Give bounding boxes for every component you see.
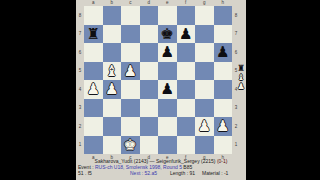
square-f3[interactable] xyxy=(177,99,196,118)
black-pawn: ♟ xyxy=(161,43,174,62)
square-c4[interactable] xyxy=(121,80,140,99)
next-move-link[interactable]: Next : 52.a5 xyxy=(130,170,157,176)
white-pawn: ♟ xyxy=(87,80,100,99)
white-pawn-icon: ♟ xyxy=(237,82,245,91)
square-c8[interactable] xyxy=(121,6,140,25)
file-label-e: e xyxy=(158,0,177,5)
square-f8[interactable] xyxy=(177,6,196,25)
square-b5[interactable]: ♝ xyxy=(103,62,122,81)
video-frame: abcdefgh abcdefgh 87654321 87654321 ♜♚♟♟… xyxy=(0,0,320,180)
square-e7[interactable]: ♚ xyxy=(158,25,177,44)
white-pawn: ♟ xyxy=(198,117,211,136)
square-d2[interactable] xyxy=(140,117,159,136)
square-d4[interactable] xyxy=(140,80,159,99)
square-c7[interactable] xyxy=(121,25,140,44)
square-f5[interactable] xyxy=(177,62,196,81)
square-b8[interactable] xyxy=(103,6,122,25)
square-f4[interactable] xyxy=(177,80,196,99)
square-b7[interactable] xyxy=(103,25,122,44)
rank-label-6: 6 xyxy=(77,43,83,62)
square-a1[interactable] xyxy=(84,136,103,155)
file-label-d: d xyxy=(140,0,159,5)
square-h3[interactable] xyxy=(214,99,233,118)
rank-label-5: 5 xyxy=(77,62,83,81)
square-e8[interactable] xyxy=(158,6,177,25)
square-b1[interactable] xyxy=(103,136,122,155)
square-d7[interactable] xyxy=(140,25,159,44)
black-rook: ♜ xyxy=(87,25,100,44)
file-label-g: g xyxy=(195,0,214,5)
right-letterbox-bar xyxy=(246,0,320,180)
square-f6[interactable] xyxy=(177,43,196,62)
black-pawn: ♟ xyxy=(161,80,174,99)
material-balance: Material : -1 xyxy=(202,170,228,176)
square-a4[interactable]: ♟ xyxy=(84,80,103,99)
square-b6[interactable] xyxy=(103,43,122,62)
white-pawn: ♟ xyxy=(124,62,137,81)
white-pawn: ♟ xyxy=(105,80,118,99)
square-h2[interactable]: ♟ xyxy=(214,117,233,136)
square-b4[interactable]: ♟ xyxy=(103,80,122,99)
game-info-bar: Sakharova_Yudit (2143) — Seigenfurik_Ser… xyxy=(76,157,246,180)
file-labels-top: abcdefgh xyxy=(84,0,232,5)
square-g4[interactable] xyxy=(195,80,214,99)
file-label-c: c xyxy=(121,0,140,5)
square-g2[interactable]: ♟ xyxy=(195,117,214,136)
square-g8[interactable] xyxy=(195,6,214,25)
square-d1[interactable] xyxy=(140,136,159,155)
square-a8[interactable] xyxy=(84,6,103,25)
square-a2[interactable] xyxy=(84,117,103,136)
square-g6[interactable] xyxy=(195,43,214,62)
square-g3[interactable] xyxy=(195,99,214,118)
square-c6[interactable] xyxy=(121,43,140,62)
square-d8[interactable] xyxy=(140,6,159,25)
left-letterbox-bar xyxy=(0,0,76,180)
square-g7[interactable] xyxy=(195,25,214,44)
square-f2[interactable] xyxy=(177,117,196,136)
square-e3[interactable] xyxy=(158,99,177,118)
file-label-a: a xyxy=(84,0,103,5)
square-h4[interactable] xyxy=(214,80,233,99)
square-a6[interactable] xyxy=(84,43,103,62)
square-h6[interactable]: ♟ xyxy=(214,43,233,62)
rank-label-7: 7 xyxy=(233,25,239,44)
square-c2[interactable] xyxy=(121,117,140,136)
rank-label-1: 1 xyxy=(77,136,83,155)
square-f1[interactable] xyxy=(177,136,196,155)
square-c3[interactable] xyxy=(121,99,140,118)
file-label-h: h xyxy=(214,0,233,5)
white-bishop: ♝ xyxy=(105,62,118,81)
square-g1[interactable] xyxy=(195,136,214,155)
white-king: ♚ xyxy=(124,136,137,155)
square-h8[interactable] xyxy=(214,6,233,25)
rank-label-8: 8 xyxy=(77,6,83,25)
square-h7[interactable] xyxy=(214,25,233,44)
square-e5[interactable] xyxy=(158,62,177,81)
black-pawn: ♟ xyxy=(179,25,192,44)
square-d6[interactable] xyxy=(140,43,159,62)
rank-label-3: 3 xyxy=(233,99,239,118)
chess-board[interactable]: ♜♚♟♟♟♝♟♟♟♟♟♟♚ xyxy=(84,6,232,154)
square-b3[interactable] xyxy=(103,99,122,118)
rank-label-3: 3 xyxy=(77,99,83,118)
white-pawn: ♟ xyxy=(216,117,229,136)
square-a5[interactable] xyxy=(84,62,103,81)
square-c1[interactable]: ♚ xyxy=(121,136,140,155)
square-a3[interactable] xyxy=(84,99,103,118)
square-c5[interactable]: ♟ xyxy=(121,62,140,81)
current-move: 51 . f5 xyxy=(78,170,92,176)
file-label-b: b xyxy=(103,0,122,5)
rank-label-1: 1 xyxy=(233,136,239,155)
file-label-f: f xyxy=(177,0,196,5)
square-b2[interactable] xyxy=(103,117,122,136)
square-a7[interactable]: ♜ xyxy=(84,25,103,44)
rank-label-7: 7 xyxy=(77,25,83,44)
square-d3[interactable] xyxy=(140,99,159,118)
square-g5[interactable] xyxy=(195,62,214,81)
rank-label-2: 2 xyxy=(233,117,239,136)
black-pawn: ♟ xyxy=(216,43,229,62)
square-e2[interactable] xyxy=(158,117,177,136)
square-h5[interactable] xyxy=(214,62,233,81)
square-e4[interactable]: ♟ xyxy=(158,80,177,99)
square-d5[interactable] xyxy=(140,62,159,81)
material-difference-tray: ♜♝♟ xyxy=(236,64,246,91)
rank-label-2: 2 xyxy=(77,117,83,136)
rank-labels-left: 87654321 xyxy=(77,6,83,154)
rank-label-4: 4 xyxy=(77,80,83,99)
rank-label-6: 6 xyxy=(233,43,239,62)
square-e6[interactable]: ♟ xyxy=(158,43,177,62)
square-e1[interactable] xyxy=(158,136,177,155)
black-king: ♚ xyxy=(161,25,174,44)
rank-label-8: 8 xyxy=(233,6,239,25)
game-result: (0-1) xyxy=(217,158,228,164)
square-f7[interactable]: ♟ xyxy=(177,25,196,44)
chess-gui-window: abcdefgh abcdefgh 87654321 87654321 ♜♚♟♟… xyxy=(76,0,246,180)
square-h1[interactable] xyxy=(214,136,233,155)
game-length: Length : 91 xyxy=(170,170,195,176)
